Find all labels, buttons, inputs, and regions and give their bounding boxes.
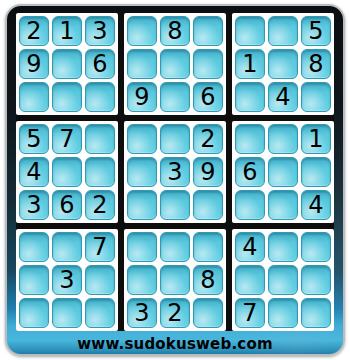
cell-r3c5	[160, 82, 190, 112]
cell-r7c2	[52, 232, 82, 262]
cell-r1c4	[127, 16, 157, 46]
block-3-1: 73	[16, 229, 118, 331]
cell-r1c1: 2	[19, 16, 49, 46]
cell-r3c9	[301, 82, 331, 112]
cell-r7c5	[160, 232, 190, 262]
block-2-1: 574362	[16, 121, 118, 223]
cell-r2c6	[193, 49, 223, 79]
cell-r3c1	[19, 82, 49, 112]
cell-r6c5	[160, 190, 190, 220]
cell-r4c6: 2	[193, 124, 223, 154]
cell-r8c1	[19, 265, 49, 295]
cell-r5c4	[127, 157, 157, 187]
cell-r1c9: 5	[301, 16, 331, 46]
cell-r6c7	[235, 190, 265, 220]
sudoku-board: 2139689651845743622391647383247	[16, 13, 334, 331]
cell-r9c5: 2	[160, 298, 190, 328]
cell-r2c1: 9	[19, 49, 49, 79]
cell-r6c2: 6	[52, 190, 82, 220]
cell-r4c9: 1	[301, 124, 331, 154]
cell-r6c6	[193, 190, 223, 220]
cell-r4c4	[127, 124, 157, 154]
cell-r7c3: 7	[85, 232, 115, 262]
cell-r8c6: 8	[193, 265, 223, 295]
cell-r4c5	[160, 124, 190, 154]
cell-r6c8	[268, 190, 298, 220]
cell-r9c4: 3	[127, 298, 157, 328]
cell-r1c6	[193, 16, 223, 46]
footer-url: www.sudokusweb.com	[7, 334, 343, 354]
cell-r5c7: 6	[235, 157, 265, 187]
cell-r3c8: 4	[268, 82, 298, 112]
cell-r2c4	[127, 49, 157, 79]
cell-r8c8	[268, 265, 298, 295]
cell-r6c1: 3	[19, 190, 49, 220]
cell-r2c9: 8	[301, 49, 331, 79]
cell-r2c2	[52, 49, 82, 79]
cell-r3c3	[85, 82, 115, 112]
cell-r8c5	[160, 265, 190, 295]
cell-r6c3: 2	[85, 190, 115, 220]
cell-r9c3	[85, 298, 115, 328]
cell-r5c2	[52, 157, 82, 187]
cell-r1c5: 8	[160, 16, 190, 46]
cell-r3c6: 6	[193, 82, 223, 112]
cell-r3c2	[52, 82, 82, 112]
cell-r5c9	[301, 157, 331, 187]
block-3-3: 47	[232, 229, 334, 331]
cell-r2c8	[268, 49, 298, 79]
cell-r7c9	[301, 232, 331, 262]
cell-r9c9	[301, 298, 331, 328]
cell-r9c8	[268, 298, 298, 328]
cell-r3c7	[235, 82, 265, 112]
cell-r5c1: 4	[19, 157, 49, 187]
cell-r5c3	[85, 157, 115, 187]
cell-r2c3: 6	[85, 49, 115, 79]
cell-r7c4	[127, 232, 157, 262]
cell-r7c8	[268, 232, 298, 262]
cell-r9c1	[19, 298, 49, 328]
block-2-2: 239	[124, 121, 226, 223]
block-2-3: 164	[232, 121, 334, 223]
cell-r8c7	[235, 265, 265, 295]
cell-r1c8	[268, 16, 298, 46]
board-frame: 2139689651845743622391647383247 www.sudo…	[5, 4, 345, 356]
cell-r5c5: 3	[160, 157, 190, 187]
cell-r4c8	[268, 124, 298, 154]
sudoku-screenshot: 2139689651845743622391647383247 www.sudo…	[0, 0, 350, 360]
cell-r9c6	[193, 298, 223, 328]
cell-r4c2: 7	[52, 124, 82, 154]
cell-r3c4: 9	[127, 82, 157, 112]
cell-r6c4	[127, 190, 157, 220]
cell-r7c1	[19, 232, 49, 262]
cell-r6c9: 4	[301, 190, 331, 220]
cell-r2c7: 1	[235, 49, 265, 79]
cell-r4c7	[235, 124, 265, 154]
cell-r8c4	[127, 265, 157, 295]
block-1-1: 21396	[16, 13, 118, 115]
cell-r1c7	[235, 16, 265, 46]
cell-r9c2	[52, 298, 82, 328]
cell-r1c3: 3	[85, 16, 115, 46]
block-3-2: 832	[124, 229, 226, 331]
cell-r5c6: 9	[193, 157, 223, 187]
cell-r8c2: 3	[52, 265, 82, 295]
cell-r8c3	[85, 265, 115, 295]
cell-r7c6	[193, 232, 223, 262]
cell-r9c7: 7	[235, 298, 265, 328]
cell-r4c3	[85, 124, 115, 154]
block-1-2: 896	[124, 13, 226, 115]
block-1-3: 5184	[232, 13, 334, 115]
cell-r2c5	[160, 49, 190, 79]
cell-r4c1: 5	[19, 124, 49, 154]
cell-r1c2: 1	[52, 16, 82, 46]
cell-r8c9	[301, 265, 331, 295]
cell-r7c7: 4	[235, 232, 265, 262]
cell-r5c8	[268, 157, 298, 187]
